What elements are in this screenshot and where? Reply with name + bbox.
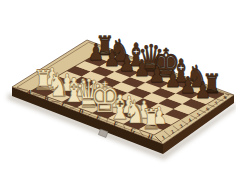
chess-board: ABCDEFGH12345678 — [0, 0, 236, 177]
chess-set-photo: ABCDEFGH12345678 ♜♟♞♟♝♟♛♟♚♟♝♟♟♞♜♟♟♜♞♟♟♝♟… — [0, 0, 236, 177]
